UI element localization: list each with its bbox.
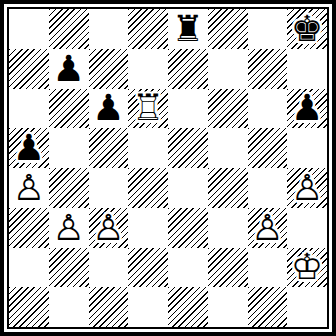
white-pawn-g3: ♟♙ [248,208,288,248]
black-pawn-a5: ♟♟ [9,128,49,168]
square-h3[interactable] [287,208,327,248]
square-e3[interactable] [168,208,208,248]
piece-glyph: ♟ [287,89,327,129]
white-pawn-b3: ♟♙ [49,208,89,248]
piece-glyph: ♟ [9,128,49,168]
piece-glyph: ♙ [9,168,49,208]
square-g1[interactable] [248,287,288,327]
square-f3[interactable] [208,208,248,248]
square-g3[interactable]: ♟♙ [248,208,288,248]
square-a4[interactable]: ♟♙ [9,168,49,208]
square-b6[interactable] [49,89,89,129]
square-c6[interactable]: ♟♟ [89,89,129,129]
white-king-h2: ♚♔ [287,248,327,288]
square-b7[interactable]: ♟♟ [49,49,89,89]
chess-board: ♜♜♚♚♟♟♟♟♜♖♟♟♟♟♟♙♟♙♟♙♟♙♟♙♚♔ [7,7,329,329]
square-c1[interactable] [89,287,129,327]
square-e1[interactable] [168,287,208,327]
square-c7[interactable] [89,49,129,89]
square-a3[interactable] [9,208,49,248]
square-g7[interactable] [248,49,288,89]
square-c5[interactable] [89,128,129,168]
square-h7[interactable] [287,49,327,89]
square-g8[interactable] [248,9,288,49]
square-c4[interactable] [89,168,129,208]
square-g5[interactable] [248,128,288,168]
white-pawn-c3: ♟♙ [89,208,129,248]
piece-glyph: ♔ [287,248,327,288]
square-d2[interactable] [128,248,168,288]
square-h5[interactable] [287,128,327,168]
black-king-h8: ♚♚ [287,9,327,49]
square-g4[interactable] [248,168,288,208]
square-d1[interactable] [128,287,168,327]
square-c2[interactable] [89,248,129,288]
square-b3[interactable]: ♟♙ [49,208,89,248]
square-f8[interactable] [208,9,248,49]
piece-glyph: ♙ [89,208,129,248]
square-b2[interactable] [49,248,89,288]
square-a6[interactable] [9,89,49,129]
square-g6[interactable] [248,89,288,129]
square-f4[interactable] [208,168,248,208]
square-h4[interactable]: ♟♙ [287,168,327,208]
square-d5[interactable] [128,128,168,168]
square-a5[interactable]: ♟♟ [9,128,49,168]
piece-glyph: ♟ [49,49,89,89]
piece-glyph: ♙ [49,208,89,248]
square-c8[interactable] [89,9,129,49]
chess-diagram: ♜♜♚♚♟♟♟♟♜♖♟♟♟♟♟♙♟♙♟♙♟♙♟♙♚♔ [0,0,336,336]
square-f1[interactable] [208,287,248,327]
square-a7[interactable] [9,49,49,89]
white-pawn-h4: ♟♙ [287,168,327,208]
square-b4[interactable] [49,168,89,208]
square-d6[interactable]: ♜♖ [128,89,168,129]
square-d4[interactable] [128,168,168,208]
black-pawn-b7: ♟♟ [49,49,89,89]
square-f6[interactable] [208,89,248,129]
piece-glyph: ♙ [248,208,288,248]
piece-glyph: ♟ [89,89,129,129]
square-b5[interactable] [49,128,89,168]
square-e4[interactable] [168,168,208,208]
square-c3[interactable]: ♟♙ [89,208,129,248]
square-b1[interactable] [49,287,89,327]
square-d7[interactable] [128,49,168,89]
piece-glyph: ♚ [287,9,327,49]
square-e6[interactable] [168,89,208,129]
white-pawn-a4: ♟♙ [9,168,49,208]
black-rook-e8: ♜♜ [168,9,208,49]
piece-glyph: ♙ [287,168,327,208]
square-e8[interactable]: ♜♜ [168,9,208,49]
black-pawn-c6: ♟♟ [89,89,129,129]
square-h6[interactable]: ♟♟ [287,89,327,129]
white-rook-d6: ♜♖ [128,89,168,129]
square-e7[interactable] [168,49,208,89]
square-e2[interactable] [168,248,208,288]
square-a8[interactable] [9,9,49,49]
piece-glyph: ♖ [128,89,168,129]
square-d3[interactable] [128,208,168,248]
square-f5[interactable] [208,128,248,168]
square-h2[interactable]: ♚♔ [287,248,327,288]
square-g2[interactable] [248,248,288,288]
square-f2[interactable] [208,248,248,288]
square-b8[interactable] [49,9,89,49]
piece-glyph: ♜ [168,9,208,49]
square-f7[interactable] [208,49,248,89]
square-d8[interactable] [128,9,168,49]
square-h8[interactable]: ♚♚ [287,9,327,49]
square-h1[interactable] [287,287,327,327]
square-a1[interactable] [9,287,49,327]
black-pawn-h6: ♟♟ [287,89,327,129]
square-e5[interactable] [168,128,208,168]
square-a2[interactable] [9,248,49,288]
